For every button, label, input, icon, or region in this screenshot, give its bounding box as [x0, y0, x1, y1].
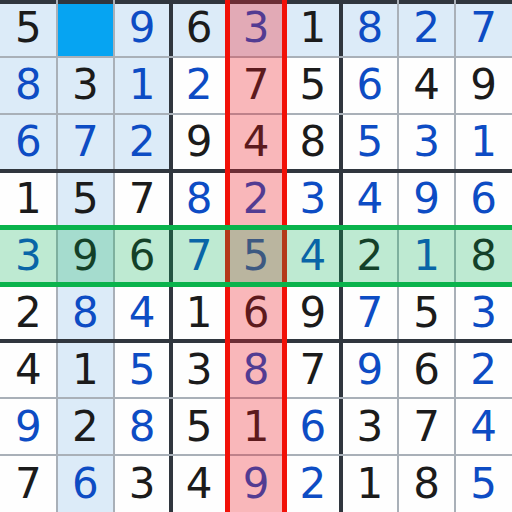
cell-r2c6[interactable]: 5 [284, 57, 341, 114]
cell-r7c1[interactable]: 4 [0, 341, 57, 398]
cell-r5c1[interactable]: 3 [0, 228, 57, 285]
cell-r4c1[interactable]: 1 [0, 171, 57, 228]
cell-r6c2[interactable]: 8 [57, 284, 114, 341]
cell-r3c7[interactable]: 5 [341, 114, 398, 171]
cell-r8c7[interactable]: 3 [341, 398, 398, 455]
cell-r9c2[interactable]: 6 [57, 455, 114, 512]
cell-r8c4[interactable]: 5 [171, 398, 228, 455]
cell-r1c9[interactable]: 7 [455, 0, 512, 57]
cell-r3c1[interactable]: 6 [0, 114, 57, 171]
cell-r4c7[interactable]: 4 [341, 171, 398, 228]
cell-r5c5[interactable]: 5 [228, 228, 285, 285]
cell-r4c6[interactable]: 3 [284, 171, 341, 228]
cell-r9c1[interactable]: 7 [0, 455, 57, 512]
cell-r8c9[interactable]: 4 [455, 398, 512, 455]
cell-r1c4[interactable]: 6 [171, 0, 228, 57]
cell-r5c4[interactable]: 7 [171, 228, 228, 285]
cell-r5c3[interactable]: 6 [114, 228, 171, 285]
cell-r3c5[interactable]: 4 [228, 114, 285, 171]
cell-r1c2[interactable] [57, 0, 114, 57]
cell-r1c1[interactable]: 5 [0, 0, 57, 57]
cell-r5c7[interactable]: 2 [341, 228, 398, 285]
cell-r4c2[interactable]: 5 [57, 171, 114, 228]
cell-r8c3[interactable]: 8 [114, 398, 171, 455]
cell-r4c9[interactable]: 6 [455, 171, 512, 228]
cell-r2c1[interactable]: 8 [0, 57, 57, 114]
cell-r4c3[interactable]: 7 [114, 171, 171, 228]
cell-r2c9[interactable]: 9 [455, 57, 512, 114]
cell-r7c9[interactable]: 2 [455, 341, 512, 398]
sudoku-grid: 5963182783127564967294853115782349639675… [0, 0, 512, 512]
cell-r7c4[interactable]: 3 [171, 341, 228, 398]
cell-r7c8[interactable]: 6 [398, 341, 455, 398]
cell-r4c8[interactable]: 9 [398, 171, 455, 228]
cell-r2c8[interactable]: 4 [398, 57, 455, 114]
cell-r3c4[interactable]: 9 [171, 114, 228, 171]
cell-r1c6[interactable]: 1 [284, 0, 341, 57]
cell-r5c2[interactable]: 9 [57, 228, 114, 285]
cell-r8c8[interactable]: 7 [398, 398, 455, 455]
cell-r9c6[interactable]: 2 [284, 455, 341, 512]
cell-r9c8[interactable]: 8 [398, 455, 455, 512]
cell-r9c9[interactable]: 5 [455, 455, 512, 512]
cell-r8c1[interactable]: 9 [0, 398, 57, 455]
cell-r5c9[interactable]: 8 [455, 228, 512, 285]
cell-r2c3[interactable]: 1 [114, 57, 171, 114]
cell-r9c7[interactable]: 1 [341, 455, 398, 512]
cell-r2c7[interactable]: 6 [341, 57, 398, 114]
cell-r2c2[interactable]: 3 [57, 57, 114, 114]
cell-r6c9[interactable]: 3 [455, 284, 512, 341]
cell-r7c3[interactable]: 5 [114, 341, 171, 398]
cell-r6c4[interactable]: 1 [171, 284, 228, 341]
cell-r3c9[interactable]: 1 [455, 114, 512, 171]
cell-r8c2[interactable]: 2 [57, 398, 114, 455]
cell-r6c3[interactable]: 4 [114, 284, 171, 341]
cell-r6c8[interactable]: 5 [398, 284, 455, 341]
cell-r2c4[interactable]: 2 [171, 57, 228, 114]
cell-r8c5[interactable]: 1 [228, 398, 285, 455]
cell-r8c6[interactable]: 6 [284, 398, 341, 455]
cell-r9c5[interactable]: 9 [228, 455, 285, 512]
cell-r9c4[interactable]: 4 [171, 455, 228, 512]
cell-r2c5[interactable]: 7 [228, 57, 285, 114]
cell-r7c6[interactable]: 7 [284, 341, 341, 398]
cell-r3c3[interactable]: 2 [114, 114, 171, 171]
cell-r6c1[interactable]: 2 [0, 284, 57, 341]
cell-r6c5[interactable]: 6 [228, 284, 285, 341]
cell-r7c2[interactable]: 1 [57, 341, 114, 398]
cell-r5c8[interactable]: 1 [398, 228, 455, 285]
cell-r7c7[interactable]: 9 [341, 341, 398, 398]
cell-r3c8[interactable]: 3 [398, 114, 455, 171]
cell-r6c7[interactable]: 7 [341, 284, 398, 341]
cell-r3c6[interactable]: 8 [284, 114, 341, 171]
cell-r6c6[interactable]: 9 [284, 284, 341, 341]
cell-r1c3[interactable]: 9 [114, 0, 171, 57]
cell-r5c6[interactable]: 4 [284, 228, 341, 285]
cell-r1c8[interactable]: 2 [398, 0, 455, 57]
cell-r4c5[interactable]: 2 [228, 171, 285, 228]
cell-r9c3[interactable]: 3 [114, 455, 171, 512]
cell-r4c4[interactable]: 8 [171, 171, 228, 228]
cell-r1c5[interactable]: 3 [228, 0, 285, 57]
cell-r3c2[interactable]: 7 [57, 114, 114, 171]
sudoku-board: 5963182783127564967294853115782349639675… [0, 0, 512, 512]
cell-r7c5[interactable]: 8 [228, 341, 285, 398]
cell-r1c7[interactable]: 8 [341, 0, 398, 57]
